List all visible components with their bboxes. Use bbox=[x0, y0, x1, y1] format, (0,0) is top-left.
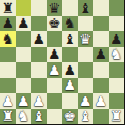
piece-white-pawn[interactable]: ♟ bbox=[63, 78, 76, 92]
piece-white-pawn[interactable]: ♟ bbox=[79, 93, 92, 107]
square-d7[interactable]: ♚ bbox=[47, 16, 63, 32]
square-h7[interactable] bbox=[109, 16, 125, 32]
piece-black-pawn[interactable]: ♟ bbox=[17, 16, 30, 30]
square-g7[interactable] bbox=[93, 16, 109, 32]
square-a4[interactable] bbox=[0, 62, 16, 78]
square-g6[interactable] bbox=[93, 31, 109, 47]
square-e3[interactable]: ♟ bbox=[62, 78, 78, 94]
square-f4[interactable] bbox=[78, 62, 94, 78]
piece-black-queen[interactable]: ♛ bbox=[48, 0, 61, 14]
square-d1[interactable] bbox=[47, 109, 63, 125]
square-h3[interactable] bbox=[109, 78, 125, 94]
square-e1[interactable]: ♚ bbox=[62, 109, 78, 125]
square-e6[interactable]: ♝ bbox=[62, 31, 78, 47]
square-d6[interactable] bbox=[47, 31, 63, 47]
square-f2[interactable]: ♟ bbox=[78, 93, 94, 109]
piece-black-knight[interactable]: ♞ bbox=[63, 16, 76, 30]
square-b8[interactable] bbox=[16, 0, 32, 16]
square-b1[interactable]: ♞ bbox=[16, 109, 32, 125]
chess-board: ♜♛♝♟♟♚♞♞♟♝♛♟♟♟♞♟♟♟♟♟♟♟♟♜♞♝♚♝♜ bbox=[0, 0, 124, 124]
piece-white-bishop[interactable]: ♝ bbox=[79, 109, 92, 123]
square-g4[interactable] bbox=[93, 62, 109, 78]
piece-black-pawn[interactable]: ♟ bbox=[110, 31, 123, 45]
square-f5[interactable] bbox=[78, 47, 94, 63]
square-h6[interactable]: ♟ bbox=[109, 31, 125, 47]
square-c8[interactable] bbox=[31, 0, 47, 16]
piece-white-knight[interactable]: ♞ bbox=[17, 109, 30, 123]
piece-white-pawn[interactable]: ♟ bbox=[1, 93, 14, 107]
square-a6[interactable]: ♞ bbox=[0, 31, 16, 47]
piece-white-pawn[interactable]: ♟ bbox=[48, 62, 61, 76]
square-d2[interactable] bbox=[47, 93, 63, 109]
square-e4[interactable]: ♟ bbox=[62, 62, 78, 78]
piece-white-queen[interactable]: ♛ bbox=[79, 31, 92, 45]
piece-black-king[interactable]: ♚ bbox=[48, 16, 61, 30]
piece-black-bishop[interactable]: ♝ bbox=[63, 31, 76, 45]
piece-white-king[interactable]: ♚ bbox=[63, 109, 76, 123]
square-d3[interactable] bbox=[47, 78, 63, 94]
square-h4[interactable] bbox=[109, 62, 125, 78]
square-a7[interactable]: ♟ bbox=[0, 16, 16, 32]
piece-white-rook[interactable]: ♜ bbox=[110, 109, 123, 123]
piece-white-pawn[interactable]: ♟ bbox=[32, 93, 45, 107]
piece-black-pawn[interactable]: ♟ bbox=[32, 31, 45, 45]
square-b6[interactable] bbox=[16, 31, 32, 47]
piece-white-bishop[interactable]: ♝ bbox=[32, 109, 45, 123]
piece-black-rook[interactable]: ♜ bbox=[1, 0, 14, 14]
square-b7[interactable]: ♟ bbox=[16, 16, 32, 32]
square-h8[interactable] bbox=[109, 0, 125, 16]
square-c2[interactable]: ♟ bbox=[31, 93, 47, 109]
square-g3[interactable] bbox=[93, 78, 109, 94]
square-b2[interactable]: ♟ bbox=[16, 93, 32, 109]
piece-black-knight[interactable]: ♞ bbox=[1, 31, 14, 45]
square-g1[interactable] bbox=[93, 109, 109, 125]
square-a1[interactable]: ♜ bbox=[0, 109, 16, 125]
square-d8[interactable]: ♛ bbox=[47, 0, 63, 16]
piece-black-bishop[interactable]: ♝ bbox=[79, 0, 92, 14]
square-c7[interactable] bbox=[31, 16, 47, 32]
square-e5[interactable] bbox=[62, 47, 78, 63]
square-a5[interactable] bbox=[0, 47, 16, 63]
square-a8[interactable]: ♜ bbox=[0, 0, 16, 16]
square-f1[interactable]: ♝ bbox=[78, 109, 94, 125]
piece-white-knight[interactable]: ♞ bbox=[110, 47, 123, 61]
piece-black-pawn[interactable]: ♟ bbox=[94, 47, 107, 61]
square-a2[interactable]: ♟ bbox=[0, 93, 16, 109]
square-e8[interactable] bbox=[62, 0, 78, 16]
square-c4[interactable] bbox=[31, 62, 47, 78]
piece-white-pawn[interactable]: ♟ bbox=[17, 93, 30, 107]
piece-black-pawn[interactable]: ♟ bbox=[63, 62, 76, 76]
piece-black-pawn[interactable]: ♟ bbox=[48, 47, 61, 61]
square-h1[interactable]: ♜ bbox=[109, 109, 125, 125]
square-g8[interactable] bbox=[93, 0, 109, 16]
square-a3[interactable] bbox=[0, 78, 16, 94]
square-f8[interactable]: ♝ bbox=[78, 0, 94, 16]
square-f3[interactable] bbox=[78, 78, 94, 94]
square-g5[interactable]: ♟ bbox=[93, 47, 109, 63]
square-c1[interactable]: ♝ bbox=[31, 109, 47, 125]
square-c5[interactable] bbox=[31, 47, 47, 63]
square-e2[interactable] bbox=[62, 93, 78, 109]
square-c3[interactable] bbox=[31, 78, 47, 94]
square-d4[interactable]: ♟ bbox=[47, 62, 63, 78]
square-c6[interactable]: ♟ bbox=[31, 31, 47, 47]
square-e7[interactable]: ♞ bbox=[62, 16, 78, 32]
piece-black-pawn[interactable]: ♟ bbox=[1, 16, 14, 30]
piece-white-pawn[interactable]: ♟ bbox=[94, 93, 107, 107]
square-b4[interactable] bbox=[16, 62, 32, 78]
square-f6[interactable]: ♛ bbox=[78, 31, 94, 47]
square-h5[interactable]: ♞ bbox=[109, 47, 125, 63]
square-b5[interactable] bbox=[16, 47, 32, 63]
piece-white-rook[interactable]: ♜ bbox=[1, 109, 14, 123]
square-g2[interactable]: ♟ bbox=[93, 93, 109, 109]
square-d5[interactable]: ♟ bbox=[47, 47, 63, 63]
square-h2[interactable] bbox=[109, 93, 125, 109]
square-f7[interactable] bbox=[78, 16, 94, 32]
square-b3[interactable] bbox=[16, 78, 32, 94]
